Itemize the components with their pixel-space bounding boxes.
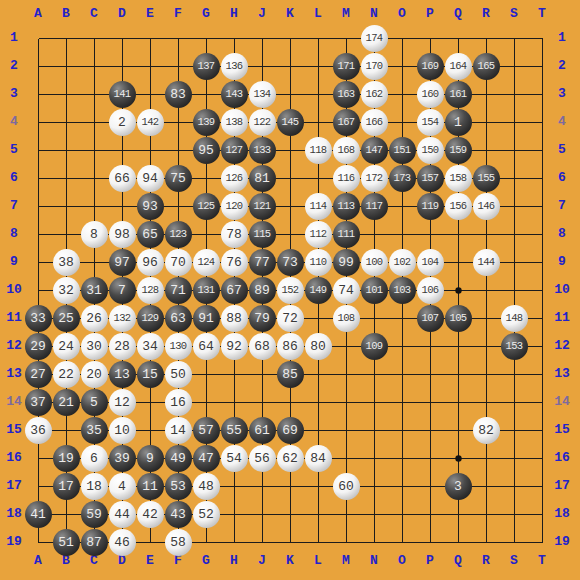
intersection-G11[interactable]: 91 bbox=[192, 304, 220, 332]
black-stone-173-O6[interactable]: 173 bbox=[389, 165, 416, 192]
white-stone-174-N1[interactable]: 174 bbox=[361, 25, 388, 52]
intersection-N3[interactable]: 162 bbox=[360, 80, 388, 108]
white-stone-78-H8[interactable]: 78 bbox=[221, 221, 248, 248]
white-stone-112-L8[interactable]: 112 bbox=[305, 221, 332, 248]
intersection-H15[interactable]: 55 bbox=[220, 416, 248, 444]
intersection-G6[interactable] bbox=[192, 164, 220, 192]
intersection-C9[interactable] bbox=[80, 248, 108, 276]
intersection-H4[interactable]: 138 bbox=[220, 108, 248, 136]
intersection-D9[interactable]: 97 bbox=[108, 248, 136, 276]
white-stone-44-D18[interactable]: 44 bbox=[109, 501, 136, 528]
black-stone-97-D9[interactable]: 97 bbox=[109, 249, 136, 276]
intersection-P3[interactable]: 160 bbox=[416, 80, 444, 108]
intersection-A12[interactable]: 29 bbox=[24, 332, 52, 360]
intersection-S17[interactable] bbox=[500, 472, 528, 500]
intersection-K16[interactable]: 62 bbox=[276, 444, 304, 472]
intersection-T18[interactable] bbox=[528, 500, 556, 528]
intersection-N18[interactable] bbox=[360, 500, 388, 528]
intersection-K12[interactable]: 86 bbox=[276, 332, 304, 360]
intersection-O12[interactable] bbox=[388, 332, 416, 360]
white-stone-96-E9[interactable]: 96 bbox=[137, 249, 164, 276]
white-stone-28-D12[interactable]: 28 bbox=[109, 333, 136, 360]
intersection-T7[interactable] bbox=[528, 192, 556, 220]
intersection-A18[interactable]: 41 bbox=[24, 500, 52, 528]
white-stone-124-G9[interactable]: 124 bbox=[193, 249, 220, 276]
intersection-F16[interactable]: 49 bbox=[164, 444, 192, 472]
intersection-F14[interactable]: 16 bbox=[164, 388, 192, 416]
intersection-N5[interactable]: 147 bbox=[360, 136, 388, 164]
intersection-O16[interactable] bbox=[388, 444, 416, 472]
intersection-C13[interactable]: 20 bbox=[80, 360, 108, 388]
intersection-F5[interactable] bbox=[164, 136, 192, 164]
intersection-M18[interactable] bbox=[332, 500, 360, 528]
black-stone-99-M9[interactable]: 99 bbox=[333, 249, 360, 276]
white-stone-70-F9[interactable]: 70 bbox=[165, 249, 192, 276]
white-stone-26-C11[interactable]: 26 bbox=[81, 305, 108, 332]
white-stone-166-N4[interactable]: 166 bbox=[361, 109, 388, 136]
intersection-Q9[interactable] bbox=[444, 248, 472, 276]
black-stone-13-D13[interactable]: 13 bbox=[109, 361, 136, 388]
intersection-R19[interactable] bbox=[472, 528, 500, 556]
intersection-O7[interactable] bbox=[388, 192, 416, 220]
intersection-T17[interactable] bbox=[528, 472, 556, 500]
intersection-H10[interactable]: 67 bbox=[220, 276, 248, 304]
black-stone-59-C18[interactable]: 59 bbox=[81, 501, 108, 528]
intersection-S7[interactable] bbox=[500, 192, 528, 220]
black-stone-147-N5[interactable]: 147 bbox=[361, 137, 388, 164]
intersection-B16[interactable]: 19 bbox=[52, 444, 80, 472]
white-stone-168-M5[interactable]: 168 bbox=[333, 137, 360, 164]
intersection-N15[interactable] bbox=[360, 416, 388, 444]
intersection-K18[interactable] bbox=[276, 500, 304, 528]
intersection-O19[interactable] bbox=[388, 528, 416, 556]
intersection-S10[interactable] bbox=[500, 276, 528, 304]
intersection-K7[interactable] bbox=[276, 192, 304, 220]
black-stone-31-C10[interactable]: 31 bbox=[81, 277, 108, 304]
intersection-B3[interactable] bbox=[52, 80, 80, 108]
intersection-B10[interactable]: 32 bbox=[52, 276, 80, 304]
intersection-T6[interactable] bbox=[528, 164, 556, 192]
intersection-R12[interactable] bbox=[472, 332, 500, 360]
intersection-C15[interactable]: 35 bbox=[80, 416, 108, 444]
white-stone-156-Q7[interactable]: 156 bbox=[445, 193, 472, 220]
white-stone-158-Q6[interactable]: 158 bbox=[445, 165, 472, 192]
intersection-O6[interactable]: 173 bbox=[388, 164, 416, 192]
intersection-E8[interactable]: 65 bbox=[136, 220, 164, 248]
black-stone-19-B16[interactable]: 19 bbox=[53, 445, 80, 472]
intersection-P5[interactable]: 150 bbox=[416, 136, 444, 164]
intersection-N13[interactable] bbox=[360, 360, 388, 388]
intersection-N16[interactable] bbox=[360, 444, 388, 472]
intersection-S13[interactable] bbox=[500, 360, 528, 388]
intersection-B18[interactable] bbox=[52, 500, 80, 528]
white-stone-72-K11[interactable]: 72 bbox=[277, 305, 304, 332]
column-label-F[interactable]: F bbox=[164, 2, 192, 26]
intersection-L6[interactable] bbox=[304, 164, 332, 192]
intersection-C3[interactable] bbox=[80, 80, 108, 108]
intersection-N14[interactable] bbox=[360, 388, 388, 416]
column-label-J[interactable]: J bbox=[248, 2, 276, 26]
intersection-N1[interactable]: 174 bbox=[360, 24, 388, 52]
column-label-R[interactable]: R bbox=[472, 2, 500, 26]
intersection-A14[interactable]: 37 bbox=[24, 388, 52, 416]
intersection-T14[interactable] bbox=[528, 388, 556, 416]
white-stone-32-B10[interactable]: 32 bbox=[53, 277, 80, 304]
intersection-E5[interactable] bbox=[136, 136, 164, 164]
column-label-L[interactable]: L bbox=[304, 2, 332, 26]
intersection-H6[interactable]: 126 bbox=[220, 164, 248, 192]
black-stone-153-S12[interactable]: 153 bbox=[501, 333, 528, 360]
intersection-A4[interactable] bbox=[24, 108, 52, 136]
intersection-R2[interactable]: 165 bbox=[472, 52, 500, 80]
intersection-E6[interactable]: 94 bbox=[136, 164, 164, 192]
white-stone-36-A15[interactable]: 36 bbox=[25, 417, 52, 444]
intersection-L7[interactable]: 114 bbox=[304, 192, 332, 220]
intersection-M1[interactable] bbox=[332, 24, 360, 52]
white-stone-88-H11[interactable]: 88 bbox=[221, 305, 248, 332]
black-stone-157-P6[interactable]: 157 bbox=[417, 165, 444, 192]
intersection-O18[interactable] bbox=[388, 500, 416, 528]
intersection-G17[interactable]: 48 bbox=[192, 472, 220, 500]
intersection-H16[interactable]: 54 bbox=[220, 444, 248, 472]
intersection-E14[interactable] bbox=[136, 388, 164, 416]
intersection-N7[interactable]: 117 bbox=[360, 192, 388, 220]
intersection-G19[interactable] bbox=[192, 528, 220, 556]
intersection-B12[interactable]: 24 bbox=[52, 332, 80, 360]
black-stone-79-J11[interactable]: 79 bbox=[249, 305, 276, 332]
white-stone-60-M17[interactable]: 60 bbox=[333, 473, 360, 500]
black-stone-129-E11[interactable]: 129 bbox=[137, 305, 164, 332]
white-stone-126-H6[interactable]: 126 bbox=[221, 165, 248, 192]
white-stone-170-N2[interactable]: 170 bbox=[361, 53, 388, 80]
intersection-K19[interactable] bbox=[276, 528, 304, 556]
intersection-C5[interactable] bbox=[80, 136, 108, 164]
intersection-M2[interactable]: 171 bbox=[332, 52, 360, 80]
white-stone-66-D6[interactable]: 66 bbox=[109, 165, 136, 192]
column-label-O[interactable]: O bbox=[388, 2, 416, 26]
intersection-P7[interactable]: 119 bbox=[416, 192, 444, 220]
intersection-T5[interactable] bbox=[528, 136, 556, 164]
white-stone-46-D19[interactable]: 46 bbox=[109, 529, 136, 556]
intersection-F6[interactable]: 75 bbox=[164, 164, 192, 192]
intersection-S15[interactable] bbox=[500, 416, 528, 444]
column-label-D[interactable]: D bbox=[108, 2, 136, 26]
intersection-M10[interactable]: 74 bbox=[332, 276, 360, 304]
white-stone-120-H7[interactable]: 120 bbox=[221, 193, 248, 220]
intersection-Q13[interactable] bbox=[444, 360, 472, 388]
intersection-B11[interactable]: 25 bbox=[52, 304, 80, 332]
intersection-G3[interactable] bbox=[192, 80, 220, 108]
intersection-C16[interactable]: 6 bbox=[80, 444, 108, 472]
black-stone-155-R6[interactable]: 155 bbox=[473, 165, 500, 192]
intersection-N19[interactable] bbox=[360, 528, 388, 556]
intersection-T10[interactable] bbox=[528, 276, 556, 304]
intersection-J10[interactable]: 89 bbox=[248, 276, 276, 304]
white-stone-102-O9[interactable]: 102 bbox=[389, 249, 416, 276]
black-stone-89-J10[interactable]: 89 bbox=[249, 277, 276, 304]
intersection-D13[interactable]: 13 bbox=[108, 360, 136, 388]
intersection-M12[interactable] bbox=[332, 332, 360, 360]
white-stone-122-J4[interactable]: 122 bbox=[249, 109, 276, 136]
black-stone-9-E16[interactable]: 9 bbox=[137, 445, 164, 472]
white-stone-134-J3[interactable]: 134 bbox=[249, 81, 276, 108]
intersection-P16[interactable] bbox=[416, 444, 444, 472]
intersection-F19[interactable]: 58 bbox=[164, 528, 192, 556]
intersection-E7[interactable]: 93 bbox=[136, 192, 164, 220]
intersection-K15[interactable]: 69 bbox=[276, 416, 304, 444]
white-stone-58-F19[interactable]: 58 bbox=[165, 529, 192, 556]
intersection-F13[interactable]: 50 bbox=[164, 360, 192, 388]
intersection-R1[interactable] bbox=[472, 24, 500, 52]
intersection-R7[interactable]: 146 bbox=[472, 192, 500, 220]
intersection-Q4[interactable]: 1 bbox=[444, 108, 472, 136]
intersection-B4[interactable] bbox=[52, 108, 80, 136]
intersection-D18[interactable]: 44 bbox=[108, 500, 136, 528]
intersection-J15[interactable]: 61 bbox=[248, 416, 276, 444]
intersection-O8[interactable] bbox=[388, 220, 416, 248]
intersection-T1[interactable] bbox=[528, 24, 556, 52]
intersection-P18[interactable] bbox=[416, 500, 444, 528]
intersection-Q17[interactable]: 3 bbox=[444, 472, 472, 500]
intersection-H7[interactable]: 120 bbox=[220, 192, 248, 220]
intersection-O13[interactable] bbox=[388, 360, 416, 388]
intersection-L12[interactable]: 80 bbox=[304, 332, 332, 360]
black-stone-161-Q3[interactable]: 161 bbox=[445, 81, 472, 108]
intersection-C19[interactable]: 87 bbox=[80, 528, 108, 556]
intersection-Q15[interactable] bbox=[444, 416, 472, 444]
intersection-O11[interactable] bbox=[388, 304, 416, 332]
intersection-H13[interactable] bbox=[220, 360, 248, 388]
intersection-H2[interactable]: 136 bbox=[220, 52, 248, 80]
intersection-G4[interactable]: 139 bbox=[192, 108, 220, 136]
intersection-J2[interactable] bbox=[248, 52, 276, 80]
intersection-G14[interactable] bbox=[192, 388, 220, 416]
intersection-Q11[interactable]: 105 bbox=[444, 304, 472, 332]
white-stone-30-C12[interactable]: 30 bbox=[81, 333, 108, 360]
intersection-M5[interactable]: 168 bbox=[332, 136, 360, 164]
black-stone-55-H15[interactable]: 55 bbox=[221, 417, 248, 444]
intersection-S12[interactable]: 153 bbox=[500, 332, 528, 360]
intersection-J16[interactable]: 56 bbox=[248, 444, 276, 472]
intersection-J18[interactable] bbox=[248, 500, 276, 528]
black-stone-109-N12[interactable]: 109 bbox=[361, 333, 388, 360]
intersection-Q10[interactable] bbox=[444, 276, 472, 304]
intersection-D14[interactable]: 12 bbox=[108, 388, 136, 416]
black-stone-39-D16[interactable]: 39 bbox=[109, 445, 136, 472]
intersection-E12[interactable]: 34 bbox=[136, 332, 164, 360]
intersection-P8[interactable] bbox=[416, 220, 444, 248]
intersection-M19[interactable] bbox=[332, 528, 360, 556]
intersection-F2[interactable] bbox=[164, 52, 192, 80]
intersection-O15[interactable] bbox=[388, 416, 416, 444]
white-stone-136-H2[interactable]: 136 bbox=[221, 53, 248, 80]
intersection-J8[interactable]: 115 bbox=[248, 220, 276, 248]
intersection-O5[interactable]: 151 bbox=[388, 136, 416, 164]
black-stone-75-F6[interactable]: 75 bbox=[165, 165, 192, 192]
intersection-D5[interactable] bbox=[108, 136, 136, 164]
intersection-J7[interactable]: 121 bbox=[248, 192, 276, 220]
white-stone-50-F13[interactable]: 50 bbox=[165, 361, 192, 388]
intersection-G15[interactable]: 57 bbox=[192, 416, 220, 444]
intersection-A7[interactable] bbox=[24, 192, 52, 220]
black-stone-49-F16[interactable]: 49 bbox=[165, 445, 192, 472]
intersection-H12[interactable]: 92 bbox=[220, 332, 248, 360]
intersection-K3[interactable] bbox=[276, 80, 304, 108]
intersection-D7[interactable] bbox=[108, 192, 136, 220]
intersection-P11[interactable]: 107 bbox=[416, 304, 444, 332]
intersection-R8[interactable] bbox=[472, 220, 500, 248]
intersection-T13[interactable] bbox=[528, 360, 556, 388]
intersection-D2[interactable] bbox=[108, 52, 136, 80]
intersection-H11[interactable]: 88 bbox=[220, 304, 248, 332]
black-stone-125-G7[interactable]: 125 bbox=[193, 193, 220, 220]
intersection-L11[interactable] bbox=[304, 304, 332, 332]
intersection-G5[interactable]: 95 bbox=[192, 136, 220, 164]
intersection-P19[interactable] bbox=[416, 528, 444, 556]
intersection-M17[interactable]: 60 bbox=[332, 472, 360, 500]
intersection-F11[interactable]: 63 bbox=[164, 304, 192, 332]
intersection-K14[interactable] bbox=[276, 388, 304, 416]
black-stone-165-R2[interactable]: 165 bbox=[473, 53, 500, 80]
intersection-R10[interactable] bbox=[472, 276, 500, 304]
intersection-J5[interactable]: 133 bbox=[248, 136, 276, 164]
intersection-L9[interactable]: 110 bbox=[304, 248, 332, 276]
black-stone-61-J15[interactable]: 61 bbox=[249, 417, 276, 444]
intersection-A6[interactable] bbox=[24, 164, 52, 192]
black-stone-149-L10[interactable]: 149 bbox=[305, 277, 332, 304]
white-stone-68-J12[interactable]: 68 bbox=[249, 333, 276, 360]
white-stone-62-K16[interactable]: 62 bbox=[277, 445, 304, 472]
intersection-F15[interactable]: 14 bbox=[164, 416, 192, 444]
black-stone-117-N7[interactable]: 117 bbox=[361, 193, 388, 220]
black-stone-33-A11[interactable]: 33 bbox=[25, 305, 52, 332]
intersection-T2[interactable] bbox=[528, 52, 556, 80]
black-stone-63-F11[interactable]: 63 bbox=[165, 305, 192, 332]
intersection-M11[interactable]: 108 bbox=[332, 304, 360, 332]
intersection-G12[interactable]: 64 bbox=[192, 332, 220, 360]
column-label-M[interactable]: M bbox=[332, 2, 360, 26]
intersection-D4[interactable]: 2 bbox=[108, 108, 136, 136]
black-stone-1-Q4[interactable]: 1 bbox=[445, 109, 472, 136]
intersection-L5[interactable]: 118 bbox=[304, 136, 332, 164]
intersection-K1[interactable] bbox=[276, 24, 304, 52]
intersection-G7[interactable]: 125 bbox=[192, 192, 220, 220]
black-stone-169-P2[interactable]: 169 bbox=[417, 53, 444, 80]
intersection-N10[interactable]: 101 bbox=[360, 276, 388, 304]
column-label-E[interactable]: E bbox=[136, 2, 164, 26]
intersection-B15[interactable] bbox=[52, 416, 80, 444]
intersection-T4[interactable] bbox=[528, 108, 556, 136]
intersection-T16[interactable] bbox=[528, 444, 556, 472]
intersection-L17[interactable] bbox=[304, 472, 332, 500]
intersection-N11[interactable] bbox=[360, 304, 388, 332]
white-stone-76-H9[interactable]: 76 bbox=[221, 249, 248, 276]
white-stone-94-E6[interactable]: 94 bbox=[137, 165, 164, 192]
intersection-H9[interactable]: 76 bbox=[220, 248, 248, 276]
black-stone-87-C19[interactable]: 87 bbox=[81, 529, 108, 556]
intersection-F12[interactable]: 130 bbox=[164, 332, 192, 360]
intersection-L2[interactable] bbox=[304, 52, 332, 80]
intersection-A17[interactable] bbox=[24, 472, 52, 500]
intersection-B14[interactable]: 21 bbox=[52, 388, 80, 416]
black-stone-17-B17[interactable]: 17 bbox=[53, 473, 80, 500]
intersection-S14[interactable] bbox=[500, 388, 528, 416]
column-label-S[interactable]: S bbox=[500, 2, 528, 26]
intersection-J3[interactable]: 134 bbox=[248, 80, 276, 108]
intersection-K9[interactable]: 73 bbox=[276, 248, 304, 276]
white-stone-22-B13[interactable]: 22 bbox=[53, 361, 80, 388]
column-label-A[interactable]: A bbox=[24, 2, 52, 26]
intersection-D8[interactable]: 98 bbox=[108, 220, 136, 248]
intersection-N6[interactable]: 172 bbox=[360, 164, 388, 192]
intersection-B6[interactable] bbox=[52, 164, 80, 192]
intersection-S4[interactable] bbox=[500, 108, 528, 136]
intersection-P14[interactable] bbox=[416, 388, 444, 416]
intersection-J17[interactable] bbox=[248, 472, 276, 500]
intersection-G1[interactable] bbox=[192, 24, 220, 52]
intersection-A5[interactable] bbox=[24, 136, 52, 164]
white-stone-100-N9[interactable]: 100 bbox=[361, 249, 388, 276]
intersection-L8[interactable]: 112 bbox=[304, 220, 332, 248]
intersection-R3[interactable] bbox=[472, 80, 500, 108]
black-stone-35-C15[interactable]: 35 bbox=[81, 417, 108, 444]
white-stone-16-F14[interactable]: 16 bbox=[165, 389, 192, 416]
intersection-O10[interactable]: 103 bbox=[388, 276, 416, 304]
intersection-S6[interactable] bbox=[500, 164, 528, 192]
black-stone-131-G10[interactable]: 131 bbox=[193, 277, 220, 304]
black-stone-113-M7[interactable]: 113 bbox=[333, 193, 360, 220]
column-label-G[interactable]: G bbox=[192, 2, 220, 26]
intersection-S11[interactable]: 148 bbox=[500, 304, 528, 332]
intersection-O14[interactable] bbox=[388, 388, 416, 416]
intersection-Q12[interactable] bbox=[444, 332, 472, 360]
intersection-G10[interactable]: 131 bbox=[192, 276, 220, 304]
intersection-L18[interactable] bbox=[304, 500, 332, 528]
intersection-D15[interactable]: 10 bbox=[108, 416, 136, 444]
intersection-E19[interactable] bbox=[136, 528, 164, 556]
intersection-L15[interactable] bbox=[304, 416, 332, 444]
intersection-C11[interactable]: 26 bbox=[80, 304, 108, 332]
intersection-N17[interactable] bbox=[360, 472, 388, 500]
intersection-Q16[interactable] bbox=[444, 444, 472, 472]
intersection-R17[interactable] bbox=[472, 472, 500, 500]
black-stone-71-F10[interactable]: 71 bbox=[165, 277, 192, 304]
intersection-L4[interactable] bbox=[304, 108, 332, 136]
white-stone-118-L5[interactable]: 118 bbox=[305, 137, 332, 164]
black-stone-37-A14[interactable]: 37 bbox=[25, 389, 52, 416]
intersection-F18[interactable]: 43 bbox=[164, 500, 192, 528]
black-stone-41-A18[interactable]: 41 bbox=[25, 501, 52, 528]
white-stone-2-D4[interactable]: 2 bbox=[109, 109, 136, 136]
intersection-G8[interactable] bbox=[192, 220, 220, 248]
intersection-L3[interactable] bbox=[304, 80, 332, 108]
intersection-M14[interactable] bbox=[332, 388, 360, 416]
white-stone-164-Q2[interactable]: 164 bbox=[445, 53, 472, 80]
intersection-P6[interactable]: 157 bbox=[416, 164, 444, 192]
intersection-B13[interactable]: 22 bbox=[52, 360, 80, 388]
intersection-N9[interactable]: 100 bbox=[360, 248, 388, 276]
white-stone-82-R15[interactable]: 82 bbox=[473, 417, 500, 444]
black-stone-67-H10[interactable]: 67 bbox=[221, 277, 248, 304]
intersection-A8[interactable] bbox=[24, 220, 52, 248]
intersection-T15[interactable] bbox=[528, 416, 556, 444]
intersection-D6[interactable]: 66 bbox=[108, 164, 136, 192]
intersection-T11[interactable] bbox=[528, 304, 556, 332]
intersection-P12[interactable] bbox=[416, 332, 444, 360]
white-stone-10-D15[interactable]: 10 bbox=[109, 417, 136, 444]
intersection-F3[interactable]: 83 bbox=[164, 80, 192, 108]
intersection-R4[interactable] bbox=[472, 108, 500, 136]
